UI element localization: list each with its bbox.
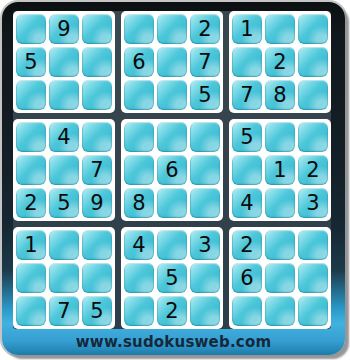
cell-r6c9[interactable]: 3 (298, 188, 328, 218)
cell-r7c5[interactable] (157, 230, 187, 260)
cell-r1c6[interactable]: 2 (190, 14, 220, 44)
cell-r5c3[interactable]: 7 (82, 155, 112, 185)
cell-r6c3[interactable]: 9 (82, 188, 112, 218)
cell-r2c3[interactable] (82, 47, 112, 77)
box-r2c3: 51243 (229, 119, 331, 221)
cell-r2c7[interactable] (232, 47, 262, 77)
cell-r1c4[interactable] (124, 14, 154, 44)
cell-r7c7[interactable]: 2 (232, 230, 262, 260)
cell-r5c4[interactable] (124, 155, 154, 185)
box-r2c2: 68 (121, 119, 223, 221)
cell-r6c7[interactable]: 4 (232, 188, 262, 218)
cell-r5c2[interactable] (49, 155, 79, 185)
cell-r9c1[interactable] (16, 296, 46, 326)
cell-r4c5[interactable] (157, 122, 187, 152)
cell-r5c6[interactable] (190, 155, 220, 185)
cell-r3c8[interactable]: 8 (265, 80, 295, 110)
cell-r4c3[interactable] (82, 122, 112, 152)
cell-r7c2[interactable] (49, 230, 79, 260)
cell-r2c8[interactable]: 2 (265, 47, 295, 77)
cell-r3c7[interactable]: 7 (232, 80, 262, 110)
cell-r2c6[interactable]: 7 (190, 47, 220, 77)
page: 9526751278472596851243175435226 www.sudo… (0, 0, 350, 360)
cell-r8c4[interactable] (124, 263, 154, 293)
cell-r9c4[interactable] (124, 296, 154, 326)
box-r3c3: 26 (229, 227, 331, 329)
cell-r9c2[interactable]: 7 (49, 296, 79, 326)
box-r3c1: 175 (13, 227, 115, 329)
cell-r6c4[interactable]: 8 (124, 188, 154, 218)
cell-r1c7[interactable]: 1 (232, 14, 262, 44)
cell-r5c5[interactable]: 6 (157, 155, 187, 185)
cell-r3c4[interactable] (124, 80, 154, 110)
cell-r3c3[interactable] (82, 80, 112, 110)
cell-r3c9[interactable] (298, 80, 328, 110)
cell-r4c2[interactable]: 4 (49, 122, 79, 152)
cell-r2c1[interactable]: 5 (16, 47, 46, 77)
cell-r4c4[interactable] (124, 122, 154, 152)
box-r1c2: 2675 (121, 11, 223, 113)
cell-r6c1[interactable]: 2 (16, 188, 46, 218)
cell-r4c1[interactable] (16, 122, 46, 152)
cell-r7c9[interactable] (298, 230, 328, 260)
cell-r1c2[interactable]: 9 (49, 14, 79, 44)
box-r1c1: 95 (13, 11, 115, 113)
cell-r1c3[interactable] (82, 14, 112, 44)
cell-r9c7[interactable] (232, 296, 262, 326)
cell-r1c5[interactable] (157, 14, 187, 44)
cell-r7c8[interactable] (265, 230, 295, 260)
website-url: www.sudokusweb.com (76, 333, 271, 351)
cell-r6c8[interactable] (265, 188, 295, 218)
cell-r8c7[interactable]: 6 (232, 263, 262, 293)
cell-r8c5[interactable]: 5 (157, 263, 187, 293)
cell-r2c4[interactable]: 6 (124, 47, 154, 77)
cell-r8c8[interactable] (265, 263, 295, 293)
cell-r4c8[interactable] (265, 122, 295, 152)
cell-r2c2[interactable] (49, 47, 79, 77)
cell-r2c5[interactable] (157, 47, 187, 77)
box-r3c2: 4352 (121, 227, 223, 329)
cell-r5c9[interactable]: 2 (298, 155, 328, 185)
box-r1c3: 1278 (229, 11, 331, 113)
cell-r9c9[interactable] (298, 296, 328, 326)
cell-r6c6[interactable] (190, 188, 220, 218)
cell-r1c8[interactable] (265, 14, 295, 44)
cell-r8c2[interactable] (49, 263, 79, 293)
cell-r9c6[interactable] (190, 296, 220, 326)
cell-r4c6[interactable] (190, 122, 220, 152)
cell-r7c4[interactable]: 4 (124, 230, 154, 260)
sudoku-grid: 9526751278472596851243175435226 (13, 11, 331, 329)
cell-r3c5[interactable] (157, 80, 187, 110)
cell-r4c9[interactable] (298, 122, 328, 152)
cell-r3c2[interactable] (49, 80, 79, 110)
cell-r9c3[interactable]: 5 (82, 296, 112, 326)
cell-r8c9[interactable] (298, 263, 328, 293)
cell-r4c7[interactable]: 5 (232, 122, 262, 152)
cell-r5c8[interactable]: 1 (265, 155, 295, 185)
cell-r8c6[interactable] (190, 263, 220, 293)
cell-r9c5[interactable]: 2 (157, 296, 187, 326)
cell-r5c7[interactable] (232, 155, 262, 185)
cell-r7c3[interactable] (82, 230, 112, 260)
box-r2c1: 47259 (13, 119, 115, 221)
cell-r6c2[interactable]: 5 (49, 188, 79, 218)
cell-r8c1[interactable] (16, 263, 46, 293)
cell-r9c8[interactable] (265, 296, 295, 326)
cell-r7c6[interactable]: 3 (190, 230, 220, 260)
cell-r8c3[interactable] (82, 263, 112, 293)
sudoku-board: 9526751278472596851243175435226 www.sudo… (2, 2, 345, 355)
cell-r5c1[interactable] (16, 155, 46, 185)
cell-r2c9[interactable] (298, 47, 328, 77)
cell-r6c5[interactable] (157, 188, 187, 218)
footer: www.sudokusweb.com (13, 329, 334, 355)
cell-r1c1[interactable] (16, 14, 46, 44)
cell-r3c6[interactable]: 5 (190, 80, 220, 110)
cell-r3c1[interactable] (16, 80, 46, 110)
cell-r1c9[interactable] (298, 14, 328, 44)
cell-r7c1[interactable]: 1 (16, 230, 46, 260)
